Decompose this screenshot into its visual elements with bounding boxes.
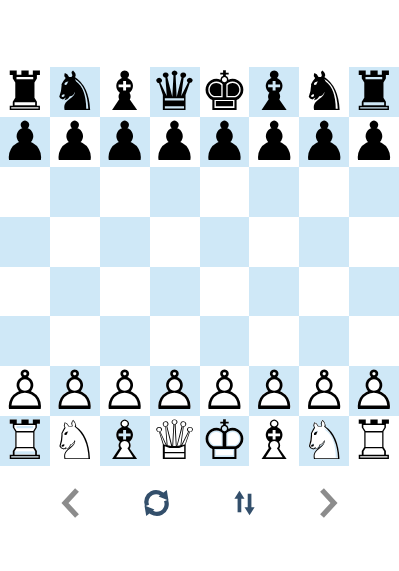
white-bishop[interactable]: ♝♗ xyxy=(249,416,299,466)
white-piece-outline: ♘ xyxy=(51,409,99,472)
square-f1[interactable]: ♝♗ xyxy=(249,416,299,466)
square-e7[interactable]: ♟ xyxy=(200,117,250,167)
square-c5[interactable] xyxy=(100,217,150,267)
square-b5[interactable] xyxy=(50,217,100,267)
square-g7[interactable]: ♟ xyxy=(299,117,349,167)
black-pawn[interactable]: ♟ xyxy=(150,117,200,167)
reset-board-button[interactable] xyxy=(141,486,172,520)
square-f7[interactable]: ♟ xyxy=(249,117,299,167)
square-g1[interactable]: ♞♘ xyxy=(299,416,349,466)
white-knight[interactable]: ♞♘ xyxy=(299,416,349,466)
black-pawn[interactable]: ♟ xyxy=(249,117,299,167)
chevron-right-icon xyxy=(318,487,339,519)
white-piece-outline: ♘ xyxy=(300,409,348,472)
square-f4[interactable] xyxy=(249,267,299,317)
square-d1[interactable]: ♛♕ xyxy=(150,416,200,466)
square-c1[interactable]: ♝♗ xyxy=(100,416,150,466)
white-king[interactable]: ♚♔ xyxy=(200,416,250,466)
black-pawn[interactable]: ♟ xyxy=(50,117,100,167)
white-piece-outline: ♗ xyxy=(100,409,148,472)
square-d4[interactable] xyxy=(150,267,200,317)
move-controls xyxy=(0,484,399,522)
white-rook[interactable]: ♜♖ xyxy=(349,416,399,466)
white-piece-outline: ♔ xyxy=(200,409,248,472)
white-piece-outline: ♖ xyxy=(1,409,49,472)
square-a7[interactable]: ♟ xyxy=(0,117,50,167)
black-pawn[interactable]: ♟ xyxy=(299,117,349,167)
square-e6[interactable] xyxy=(200,167,250,217)
chevron-left-icon xyxy=(60,487,81,519)
square-a4[interactable] xyxy=(0,267,50,317)
black-pawn[interactable]: ♟ xyxy=(200,117,250,167)
refresh-icon xyxy=(141,487,172,519)
black-pawn[interactable]: ♟ xyxy=(100,117,150,167)
white-rook[interactable]: ♜♖ xyxy=(0,416,50,466)
chess-app: ♜♞♝♛♚♝♞♜♟♟♟♟♟♟♟♟♟♙♟♙♟♙♟♙♟♙♟♙♟♙♟♙♜♖♞♘♝♗♛♕… xyxy=(0,0,399,571)
square-e1[interactable]: ♚♔ xyxy=(200,416,250,466)
square-h4[interactable] xyxy=(349,267,399,317)
square-a6[interactable] xyxy=(0,167,50,217)
square-d5[interactable] xyxy=(150,217,200,267)
square-b7[interactable]: ♟ xyxy=(50,117,100,167)
square-a1[interactable]: ♜♖ xyxy=(0,416,50,466)
arrows-up-down-icon xyxy=(231,487,258,519)
square-g4[interactable] xyxy=(299,267,349,317)
square-h7[interactable]: ♟ xyxy=(349,117,399,167)
square-e5[interactable] xyxy=(200,217,250,267)
white-piece-outline: ♕ xyxy=(150,409,198,472)
white-piece-outline: ♗ xyxy=(250,409,298,472)
next-move-button[interactable] xyxy=(318,486,339,520)
square-b1[interactable]: ♞♘ xyxy=(50,416,100,466)
white-bishop[interactable]: ♝♗ xyxy=(100,416,150,466)
chess-board: ♜♞♝♛♚♝♞♜♟♟♟♟♟♟♟♟♟♙♟♙♟♙♟♙♟♙♟♙♟♙♟♙♜♖♞♘♝♗♛♕… xyxy=(0,67,399,466)
square-d7[interactable]: ♟ xyxy=(150,117,200,167)
square-g6[interactable] xyxy=(299,167,349,217)
square-f5[interactable] xyxy=(249,217,299,267)
square-a5[interactable] xyxy=(0,217,50,267)
square-h1[interactable]: ♜♖ xyxy=(349,416,399,466)
square-d6[interactable] xyxy=(150,167,200,217)
previous-move-button[interactable] xyxy=(60,486,81,520)
black-pawn[interactable]: ♟ xyxy=(349,117,399,167)
square-b4[interactable] xyxy=(50,267,100,317)
flip-board-button[interactable] xyxy=(231,486,258,520)
square-f6[interactable] xyxy=(249,167,299,217)
white-queen[interactable]: ♛♕ xyxy=(150,416,200,466)
square-h5[interactable] xyxy=(349,217,399,267)
square-g5[interactable] xyxy=(299,217,349,267)
square-h6[interactable] xyxy=(349,167,399,217)
square-b6[interactable] xyxy=(50,167,100,217)
square-e4[interactable] xyxy=(200,267,250,317)
square-c6[interactable] xyxy=(100,167,150,217)
white-knight[interactable]: ♞♘ xyxy=(50,416,100,466)
square-c7[interactable]: ♟ xyxy=(100,117,150,167)
square-c4[interactable] xyxy=(100,267,150,317)
black-pawn[interactable]: ♟ xyxy=(0,117,50,167)
white-piece-outline: ♖ xyxy=(350,409,398,472)
